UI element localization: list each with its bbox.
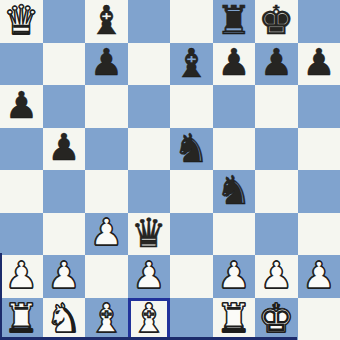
square-c5[interactable] [85,128,128,171]
left-edge-bar [0,253,2,340]
black-bishop[interactable]: ♝ [173,43,209,83]
square-f5[interactable] [213,128,256,171]
square-h1[interactable] [298,298,340,340]
square-a3[interactable] [0,213,43,256]
black-pawn[interactable]: ♟ [90,44,123,81]
square-h4[interactable] [298,170,340,213]
square-g2[interactable]: ♟ [255,255,298,298]
square-b6[interactable] [43,85,86,128]
square-g8[interactable]: ♚ [255,0,298,43]
white-pawn[interactable]: ♟ [5,257,38,294]
square-f8[interactable]: ♜ [213,0,256,43]
black-pawn[interactable]: ♟ [47,129,80,166]
square-a7[interactable] [0,43,43,86]
black-queen[interactable]: ♛ [131,213,167,253]
square-f4[interactable]: ♞ [213,170,256,213]
square-h3[interactable] [298,213,340,256]
square-e4[interactable] [170,170,213,213]
square-h5[interactable] [298,128,340,171]
white-bishop[interactable]: ♝ [131,298,167,338]
white-pawn[interactable]: ♟ [132,257,165,294]
square-h2[interactable]: ♟ [298,255,340,298]
square-e2[interactable] [170,255,213,298]
square-c8[interactable]: ♝ [85,0,128,43]
square-a2[interactable]: ♟ [0,255,43,298]
square-g3[interactable] [255,213,298,256]
square-e8[interactable] [170,0,213,43]
black-king[interactable]: ♚ [258,0,294,40]
white-king[interactable]: ♚ [258,298,294,338]
square-f3[interactable] [213,213,256,256]
white-pawn[interactable]: ♟ [260,257,293,294]
white-rook[interactable]: ♜ [216,298,252,338]
black-knight[interactable]: ♞ [216,170,252,210]
square-d5[interactable] [128,128,171,171]
square-a6[interactable]: ♟ [0,85,43,128]
black-pawn[interactable]: ♟ [217,44,250,81]
square-e1[interactable] [170,298,213,340]
square-g7[interactable]: ♟ [255,43,298,86]
square-e7[interactable]: ♝ [170,43,213,86]
square-f6[interactable] [213,85,256,128]
square-d8[interactable] [128,0,171,43]
square-h7[interactable]: ♟ [298,43,340,86]
square-b7[interactable] [43,43,86,86]
black-knight[interactable]: ♞ [173,128,209,168]
square-b1[interactable]: ♞ [43,298,86,340]
square-e5[interactable]: ♞ [170,128,213,171]
square-b4[interactable] [43,170,86,213]
square-d7[interactable] [128,43,171,86]
square-g4[interactable] [255,170,298,213]
chess-board: ♛♝♜♚♟♝♟♟♟♟♟♞♞♟♛♟♟♟♟♟♟♜♞♝♝♜♚ [0,0,340,340]
square-g1[interactable]: ♚ [255,298,298,340]
square-c6[interactable] [85,85,128,128]
square-h6[interactable] [298,85,340,128]
square-d4[interactable] [128,170,171,213]
black-rook[interactable]: ♜ [216,0,252,40]
square-c4[interactable] [85,170,128,213]
square-a1[interactable]: ♜ [0,298,43,340]
white-pawn[interactable]: ♟ [90,214,123,251]
white-queen[interactable]: ♛ [3,0,39,40]
square-b8[interactable] [43,0,86,43]
white-pawn[interactable]: ♟ [47,257,80,294]
square-c3[interactable]: ♟ [85,213,128,256]
chessboard-stage: ♛♝♜♚♟♝♟♟♟♟♟♞♞♟♛♟♟♟♟♟♟♜♞♝♝♜♚ [0,0,340,340]
square-b2[interactable]: ♟ [43,255,86,298]
square-a8[interactable]: ♛ [0,0,43,43]
square-b3[interactable] [43,213,86,256]
square-f7[interactable]: ♟ [213,43,256,86]
white-pawn[interactable]: ♟ [302,257,335,294]
square-f2[interactable]: ♟ [213,255,256,298]
white-pawn[interactable]: ♟ [217,257,250,294]
square-d2[interactable]: ♟ [128,255,171,298]
square-h8[interactable] [298,0,340,43]
square-e3[interactable] [170,213,213,256]
square-d6[interactable] [128,85,171,128]
square-b5[interactable]: ♟ [43,128,86,171]
white-bishop[interactable]: ♝ [88,298,124,338]
square-a5[interactable] [0,128,43,171]
white-knight[interactable]: ♞ [46,298,82,338]
black-bishop[interactable]: ♝ [88,0,124,40]
square-e6[interactable] [170,85,213,128]
square-a4[interactable] [0,170,43,213]
square-c2[interactable] [85,255,128,298]
square-f1[interactable]: ♜ [213,298,256,340]
black-pawn[interactable]: ♟ [260,44,293,81]
square-g6[interactable] [255,85,298,128]
square-d3[interactable]: ♛ [128,213,171,256]
square-c7[interactable]: ♟ [85,43,128,86]
white-rook[interactable]: ♜ [3,298,39,338]
square-g5[interactable] [255,128,298,171]
black-pawn[interactable]: ♟ [5,87,38,124]
black-pawn[interactable]: ♟ [302,44,335,81]
square-d1[interactable]: ♝ [128,298,171,340]
square-c1[interactable]: ♝ [85,298,128,340]
